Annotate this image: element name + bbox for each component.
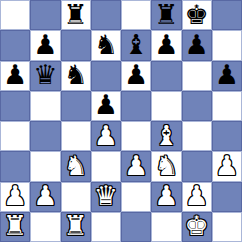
square-g1[interactable]: ♚: [182, 212, 212, 242]
square-f7[interactable]: ♟: [151, 30, 181, 60]
square-f5[interactable]: [151, 91, 181, 121]
square-a5[interactable]: [0, 91, 30, 121]
square-g6[interactable]: [182, 61, 212, 91]
square-c1[interactable]: ♜: [61, 212, 91, 242]
black-king-piece: ♚: [185, 1, 209, 28]
square-c6[interactable]: ♞: [61, 61, 91, 91]
square-a6[interactable]: ♟: [0, 61, 30, 91]
square-g2[interactable]: ♟: [182, 182, 212, 212]
square-h1[interactable]: [212, 212, 242, 242]
black-knight-piece: ♞: [64, 61, 88, 88]
square-f3[interactable]: ♞: [151, 151, 181, 181]
black-pawn-piece: ♟: [215, 61, 239, 88]
square-d1[interactable]: [91, 212, 121, 242]
square-h5[interactable]: [212, 91, 242, 121]
square-f1[interactable]: [151, 212, 181, 242]
square-e6[interactable]: ♟: [121, 61, 151, 91]
white-pawn-piece: ♟: [185, 182, 209, 209]
square-d6[interactable]: [91, 61, 121, 91]
square-h2[interactable]: [212, 182, 242, 212]
square-b7[interactable]: ♟: [30, 30, 60, 60]
white-pawn-piece: ♟: [94, 122, 118, 149]
black-knight-piece: ♞: [94, 31, 118, 58]
square-b6[interactable]: ♛: [30, 61, 60, 91]
square-e4[interactable]: [121, 121, 151, 151]
white-pawn-piece: ♟: [33, 182, 57, 209]
black-pawn-piece: ♟: [185, 31, 209, 58]
black-pawn-piece: ♟: [154, 31, 178, 58]
square-c7[interactable]: [61, 30, 91, 60]
square-d8[interactable]: [91, 0, 121, 30]
square-f6[interactable]: [151, 61, 181, 91]
square-e2[interactable]: [121, 182, 151, 212]
black-pawn-piece: ♟: [94, 91, 118, 118]
square-f2[interactable]: ♟: [151, 182, 181, 212]
white-queen-piece: ♛: [94, 182, 118, 209]
square-c5[interactable]: [61, 91, 91, 121]
square-h6[interactable]: ♟: [212, 61, 242, 91]
square-b2[interactable]: ♟: [30, 182, 60, 212]
square-h4[interactable]: [212, 121, 242, 151]
square-h3[interactable]: ♟: [212, 151, 242, 181]
white-knight-piece: ♞: [64, 152, 88, 179]
square-e1[interactable]: [121, 212, 151, 242]
white-pawn-piece: ♟: [3, 182, 27, 209]
square-a8[interactable]: [0, 0, 30, 30]
chess-board: ♜♜♚♟♞♝♟♟♟♛♞♟♟♟♟♝♞♟♞♟♟♟♛♟♟♜♜♚: [0, 0, 242, 242]
square-a1[interactable]: ♜: [0, 212, 30, 242]
square-e5[interactable]: [121, 91, 151, 121]
square-h7[interactable]: [212, 30, 242, 60]
black-rook-piece: ♜: [64, 1, 88, 28]
square-d2[interactable]: ♛: [91, 182, 121, 212]
square-e3[interactable]: ♟: [121, 151, 151, 181]
square-c2[interactable]: [61, 182, 91, 212]
square-h8[interactable]: [212, 0, 242, 30]
square-a2[interactable]: ♟: [0, 182, 30, 212]
white-rook-piece: ♜: [64, 212, 88, 239]
white-rook-piece: ♜: [3, 212, 27, 239]
square-a7[interactable]: [0, 30, 30, 60]
black-pawn-piece: ♟: [124, 61, 148, 88]
white-pawn-piece: ♟: [154, 182, 178, 209]
square-b3[interactable]: [30, 151, 60, 181]
square-c8[interactable]: ♜: [61, 0, 91, 30]
black-pawn-piece: ♟: [33, 31, 57, 58]
square-b4[interactable]: [30, 121, 60, 151]
square-c3[interactable]: ♞: [61, 151, 91, 181]
square-b1[interactable]: [30, 212, 60, 242]
black-bishop-piece: ♝: [124, 31, 148, 58]
black-queen-piece: ♛: [33, 61, 57, 88]
white-pawn-piece: ♟: [124, 152, 148, 179]
square-e8[interactable]: [121, 0, 151, 30]
black-pawn-piece: ♟: [3, 61, 27, 88]
square-e7[interactable]: ♝: [121, 30, 151, 60]
square-d3[interactable]: [91, 151, 121, 181]
square-b8[interactable]: [30, 0, 60, 30]
square-d4[interactable]: ♟: [91, 121, 121, 151]
square-d7[interactable]: ♞: [91, 30, 121, 60]
square-g7[interactable]: ♟: [182, 30, 212, 60]
white-bishop-piece: ♝: [154, 122, 178, 149]
square-g5[interactable]: [182, 91, 212, 121]
square-c4[interactable]: [61, 121, 91, 151]
square-a3[interactable]: [0, 151, 30, 181]
square-g4[interactable]: [182, 121, 212, 151]
black-rook-piece: ♜: [154, 1, 178, 28]
white-king-piece: ♚: [185, 212, 209, 239]
white-pawn-piece: ♟: [215, 152, 239, 179]
white-knight-piece: ♞: [154, 152, 178, 179]
square-g8[interactable]: ♚: [182, 0, 212, 30]
square-d5[interactable]: ♟: [91, 91, 121, 121]
square-b5[interactable]: [30, 91, 60, 121]
square-f8[interactable]: ♜: [151, 0, 181, 30]
square-a4[interactable]: [0, 121, 30, 151]
square-g3[interactable]: [182, 151, 212, 181]
square-f4[interactable]: ♝: [151, 121, 181, 151]
